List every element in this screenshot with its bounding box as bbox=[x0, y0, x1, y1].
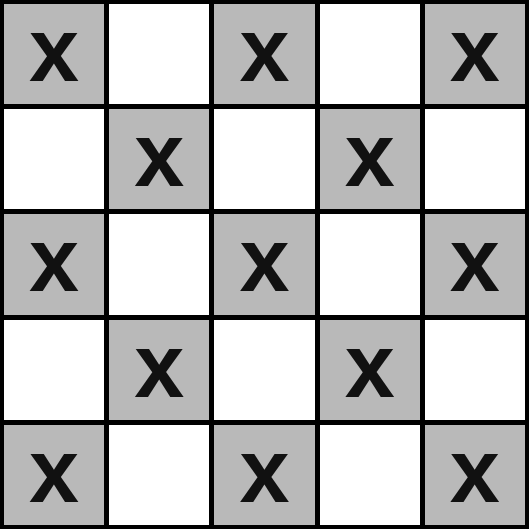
cell-r5c5[interactable]: x bbox=[425, 425, 525, 525]
cell-r2c5[interactable] bbox=[425, 109, 525, 209]
cell-r4c5[interactable] bbox=[425, 320, 525, 420]
puzzle-board: xxxxxxxxxxxxx bbox=[0, 0, 529, 529]
cell-r3c4[interactable] bbox=[320, 214, 420, 314]
cell-r1c5[interactable]: x bbox=[425, 4, 525, 104]
cell-r5c3[interactable]: x bbox=[214, 425, 314, 525]
cell-r1c4[interactable] bbox=[320, 4, 420, 104]
cell-r3c2[interactable] bbox=[109, 214, 209, 314]
cell-r5c2[interactable] bbox=[109, 425, 209, 525]
x-mark: x bbox=[450, 215, 500, 305]
x-mark: x bbox=[450, 426, 500, 516]
cell-r3c3[interactable]: x bbox=[214, 214, 314, 314]
x-mark: x bbox=[239, 426, 289, 516]
x-mark: x bbox=[239, 215, 289, 305]
cell-r3c1[interactable]: x bbox=[4, 214, 104, 314]
cell-r2c4[interactable]: x bbox=[320, 109, 420, 209]
cell-r5c1[interactable]: x bbox=[4, 425, 104, 525]
x-mark: x bbox=[134, 110, 184, 200]
cell-r1c3[interactable]: x bbox=[214, 4, 314, 104]
x-mark: x bbox=[29, 215, 79, 305]
x-mark: x bbox=[345, 321, 395, 411]
cell-r1c2[interactable] bbox=[109, 4, 209, 104]
x-mark: x bbox=[29, 5, 79, 95]
puzzle-page: xxxxxxxxxxxxx bbox=[0, 0, 529, 529]
cell-r5c4[interactable] bbox=[320, 425, 420, 525]
cell-r2c3[interactable] bbox=[214, 109, 314, 209]
x-mark: x bbox=[345, 110, 395, 200]
x-mark: x bbox=[134, 321, 184, 411]
cell-r1c1[interactable]: x bbox=[4, 4, 104, 104]
cell-r2c1[interactable] bbox=[4, 109, 104, 209]
cell-r2c2[interactable]: x bbox=[109, 109, 209, 209]
cell-r4c4[interactable]: x bbox=[320, 320, 420, 420]
x-mark: x bbox=[29, 426, 79, 516]
cell-r4c2[interactable]: x bbox=[109, 320, 209, 420]
x-mark: x bbox=[450, 5, 500, 95]
x-mark: x bbox=[239, 5, 289, 95]
cell-r4c3[interactable] bbox=[214, 320, 314, 420]
cell-r4c1[interactable] bbox=[4, 320, 104, 420]
cell-r3c5[interactable]: x bbox=[425, 214, 525, 314]
